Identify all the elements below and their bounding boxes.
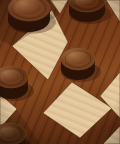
checkers-board-photo <box>0 0 120 144</box>
checkers-board <box>0 0 120 144</box>
vignette <box>0 0 120 144</box>
